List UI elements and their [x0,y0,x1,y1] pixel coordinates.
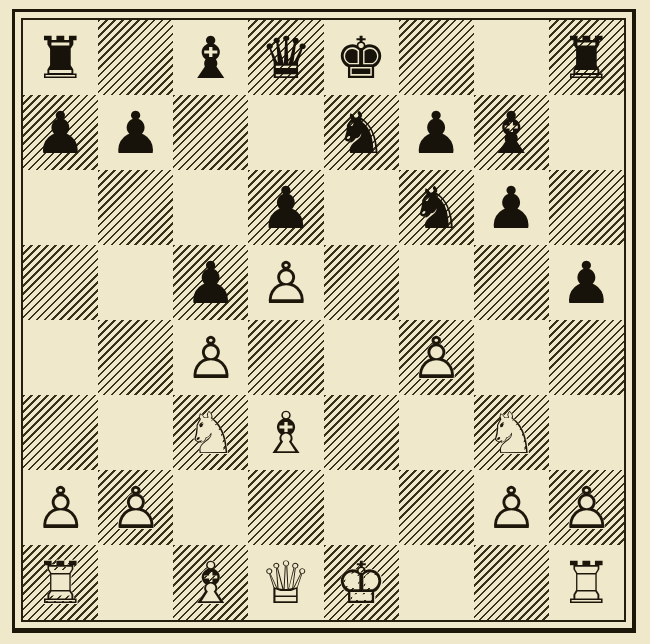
square-g5 [474,245,549,320]
square-c7 [173,95,248,170]
square-d8: ♛ [248,20,323,95]
black-pawn-c5: ♟ [173,245,248,320]
square-b2: ♟♙ [98,470,173,545]
piece-glyph: ♙ [23,470,98,545]
black-pawn-a7: ♟ [23,95,98,170]
white-pawn-c4: ♟♙ [173,320,248,395]
square-f1 [399,545,474,620]
square-c1: ♝♗ [173,545,248,620]
piece-glyph: ♟ [98,95,173,170]
square-c6 [173,170,248,245]
piece-glyph: ♙ [399,320,474,395]
square-e8: ♚ [324,20,399,95]
white-knight-c3: ♞♘ [173,395,248,470]
board-outer-frame: ♜♝♛♚♜♟♟♞♟♝♟♞♟♟♟♙♟♟♙♟♙♞♘♝♗♞♘♟♙♟♙♟♙♟♙♜♖♝♗♛… [12,9,636,633]
square-a8: ♜ [23,20,98,95]
square-g7: ♝ [474,95,549,170]
black-knight-f6: ♞ [399,170,474,245]
square-c8: ♝ [173,20,248,95]
piece-glyph: ♛ [248,20,323,95]
piece-glyph: ♝ [173,20,248,95]
white-queen-d1: ♛♕ [248,545,323,620]
piece-glyph: ♜ [23,20,98,95]
piece-glyph: ♙ [474,470,549,545]
square-f4: ♟♙ [399,320,474,395]
square-f2 [399,470,474,545]
square-e3 [324,395,399,470]
square-f5 [399,245,474,320]
square-b5 [98,245,173,320]
square-e5 [324,245,399,320]
square-d2 [248,470,323,545]
square-f6: ♞ [399,170,474,245]
black-king-e8: ♚ [324,20,399,95]
piece-glyph: ♞ [324,95,399,170]
white-pawn-f4: ♟♙ [399,320,474,395]
square-g1 [474,545,549,620]
black-rook-a8: ♜ [23,20,98,95]
black-queen-d8: ♛ [248,20,323,95]
square-h3 [549,395,624,470]
piece-glyph: ♜ [549,20,624,95]
square-a1: ♜♖ [23,545,98,620]
book-page: ♜♝♛♚♜♟♟♞♟♝♟♞♟♟♟♙♟♟♙♟♙♞♘♝♗♞♘♟♙♟♙♟♙♟♙♜♖♝♗♛… [0,0,650,644]
white-bishop-c1: ♝♗ [173,545,248,620]
square-d5: ♟♙ [248,245,323,320]
square-f3 [399,395,474,470]
piece-glyph: ♔ [324,545,399,620]
square-f7: ♟ [399,95,474,170]
piece-glyph: ♟ [248,170,323,245]
black-bishop-g7: ♝ [474,95,549,170]
square-h1: ♜♖ [549,545,624,620]
square-b8 [98,20,173,95]
piece-glyph: ♟ [549,245,624,320]
square-h5: ♟ [549,245,624,320]
square-g3: ♞♘ [474,395,549,470]
chess-board: ♜♝♛♚♜♟♟♞♟♝♟♞♟♟♟♙♟♟♙♟♙♞♘♝♗♞♘♟♙♟♙♟♙♟♙♜♖♝♗♛… [23,20,624,620]
square-a5 [23,245,98,320]
square-b6 [98,170,173,245]
white-pawn-g2: ♟♙ [474,470,549,545]
piece-glyph: ♞ [399,170,474,245]
white-pawn-d5: ♟♙ [248,245,323,320]
square-c5: ♟ [173,245,248,320]
square-b7: ♟ [98,95,173,170]
square-e6 [324,170,399,245]
square-h8: ♜ [549,20,624,95]
square-e2 [324,470,399,545]
square-f8 [399,20,474,95]
white-pawn-b2: ♟♙ [98,470,173,545]
square-h6 [549,170,624,245]
piece-glyph: ♚ [324,20,399,95]
piece-glyph: ♗ [248,395,323,470]
piece-glyph: ♙ [173,320,248,395]
piece-glyph: ♙ [98,470,173,545]
piece-glyph: ♟ [173,245,248,320]
square-e7: ♞ [324,95,399,170]
black-rook-h8: ♜ [549,20,624,95]
square-h4 [549,320,624,395]
square-h2: ♟♙ [549,470,624,545]
square-a7: ♟ [23,95,98,170]
square-g4 [474,320,549,395]
black-pawn-f7: ♟ [399,95,474,170]
square-d1: ♛♕ [248,545,323,620]
board-inner-frame: ♜♝♛♚♜♟♟♞♟♝♟♞♟♟♟♙♟♟♙♟♙♞♘♝♗♞♘♟♙♟♙♟♙♟♙♜♖♝♗♛… [21,18,626,622]
white-pawn-h2: ♟♙ [549,470,624,545]
black-bishop-c8: ♝ [173,20,248,95]
square-e4 [324,320,399,395]
square-d6: ♟ [248,170,323,245]
square-a2: ♟♙ [23,470,98,545]
square-g6: ♟ [474,170,549,245]
piece-glyph: ♙ [549,470,624,545]
square-c3: ♞♘ [173,395,248,470]
square-d7 [248,95,323,170]
black-pawn-d6: ♟ [248,170,323,245]
black-knight-e7: ♞ [324,95,399,170]
piece-glyph: ♖ [23,545,98,620]
square-d4 [248,320,323,395]
white-knight-g3: ♞♘ [474,395,549,470]
piece-glyph: ♟ [23,95,98,170]
square-b1 [98,545,173,620]
black-pawn-b7: ♟ [98,95,173,170]
piece-glyph: ♟ [399,95,474,170]
white-rook-a1: ♜♖ [23,545,98,620]
piece-glyph: ♘ [474,395,549,470]
square-g2: ♟♙ [474,470,549,545]
white-king-e1: ♚♔ [324,545,399,620]
square-d3: ♝♗ [248,395,323,470]
square-h7 [549,95,624,170]
square-a3 [23,395,98,470]
square-c2 [173,470,248,545]
square-b3 [98,395,173,470]
square-a6 [23,170,98,245]
piece-glyph: ♟ [474,170,549,245]
piece-glyph: ♗ [173,545,248,620]
black-pawn-h5: ♟ [549,245,624,320]
piece-glyph: ♘ [173,395,248,470]
square-a4 [23,320,98,395]
piece-glyph: ♕ [248,545,323,620]
square-c4: ♟♙ [173,320,248,395]
white-pawn-a2: ♟♙ [23,470,98,545]
piece-glyph: ♝ [474,95,549,170]
square-b4 [98,320,173,395]
white-rook-h1: ♜♖ [549,545,624,620]
white-bishop-d3: ♝♗ [248,395,323,470]
piece-glyph: ♙ [248,245,323,320]
black-pawn-g6: ♟ [474,170,549,245]
piece-glyph: ♖ [549,545,624,620]
square-g8 [474,20,549,95]
square-e1: ♚♔ [324,545,399,620]
